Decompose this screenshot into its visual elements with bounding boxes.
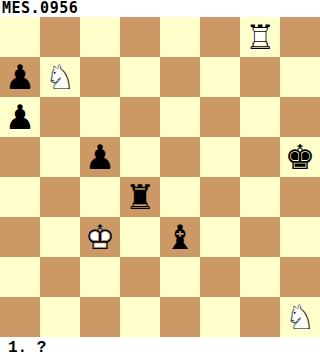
square-b1[interactable] — [40, 297, 80, 337]
square-f7[interactable] — [200, 57, 240, 97]
square-a5[interactable] — [0, 137, 40, 177]
square-h5[interactable]: ♚ — [280, 137, 320, 177]
square-a6[interactable]: ♟ — [0, 97, 40, 137]
square-a8[interactable] — [0, 17, 40, 57]
square-g8[interactable]: ♜♖ — [240, 17, 280, 57]
chess-board: ♜♖♟♞♘♟♟♚♜♚♔♝♞♘ — [0, 17, 320, 337]
square-e7[interactable] — [160, 57, 200, 97]
square-d3[interactable] — [120, 217, 160, 257]
square-c1[interactable] — [80, 297, 120, 337]
square-d8[interactable] — [120, 17, 160, 57]
white-knight: ♘ — [280, 297, 320, 337]
black-pawn: ♟ — [80, 137, 120, 177]
black-bishop: ♝ — [160, 217, 200, 257]
square-f3[interactable] — [200, 217, 240, 257]
square-g7[interactable] — [240, 57, 280, 97]
square-b7[interactable]: ♞♘ — [40, 57, 80, 97]
square-g3[interactable] — [240, 217, 280, 257]
square-h6[interactable] — [280, 97, 320, 137]
black-pawn: ♟ — [0, 57, 40, 97]
square-b8[interactable] — [40, 17, 80, 57]
square-c4[interactable] — [80, 177, 120, 217]
square-c7[interactable] — [80, 57, 120, 97]
square-g2[interactable] — [240, 257, 280, 297]
square-b6[interactable] — [40, 97, 80, 137]
square-g1[interactable] — [240, 297, 280, 337]
square-c8[interactable] — [80, 17, 120, 57]
square-g5[interactable] — [240, 137, 280, 177]
square-a4[interactable] — [0, 177, 40, 217]
square-a7[interactable]: ♟ — [0, 57, 40, 97]
square-f8[interactable] — [200, 17, 240, 57]
square-h8[interactable] — [280, 17, 320, 57]
square-f2[interactable] — [200, 257, 240, 297]
black-pawn: ♟ — [0, 97, 40, 137]
square-e6[interactable] — [160, 97, 200, 137]
square-c6[interactable] — [80, 97, 120, 137]
square-b4[interactable] — [40, 177, 80, 217]
square-b5[interactable] — [40, 137, 80, 177]
square-c5[interactable]: ♟ — [80, 137, 120, 177]
white-king: ♔ — [80, 217, 120, 257]
square-d7[interactable] — [120, 57, 160, 97]
square-g6[interactable] — [240, 97, 280, 137]
square-e1[interactable] — [160, 297, 200, 337]
square-a1[interactable] — [0, 297, 40, 337]
square-h3[interactable] — [280, 217, 320, 257]
black-rook: ♜ — [120, 177, 160, 217]
diagram-title: MES.0956 — [0, 0, 320, 17]
square-a2[interactable] — [0, 257, 40, 297]
square-b2[interactable] — [40, 257, 80, 297]
white-rook: ♖ — [240, 17, 280, 57]
square-f4[interactable] — [200, 177, 240, 217]
move-prompt: 1. ? — [0, 337, 320, 360]
square-g4[interactable] — [240, 177, 280, 217]
square-d6[interactable] — [120, 97, 160, 137]
square-f5[interactable] — [200, 137, 240, 177]
chess-diagram: MES.0956 ♜♖♟♞♘♟♟♚♜♚♔♝♞♘ 1. ? — [0, 0, 320, 360]
square-h4[interactable] — [280, 177, 320, 217]
square-c2[interactable] — [80, 257, 120, 297]
square-e5[interactable] — [160, 137, 200, 177]
square-b3[interactable] — [40, 217, 80, 257]
square-e3[interactable]: ♝ — [160, 217, 200, 257]
square-e4[interactable] — [160, 177, 200, 217]
square-c3[interactable]: ♚♔ — [80, 217, 120, 257]
square-f1[interactable] — [200, 297, 240, 337]
square-h1[interactable]: ♞♘ — [280, 297, 320, 337]
square-e8[interactable] — [160, 17, 200, 57]
square-e2[interactable] — [160, 257, 200, 297]
square-d2[interactable] — [120, 257, 160, 297]
white-knight: ♘ — [40, 57, 80, 97]
square-d4[interactable]: ♜ — [120, 177, 160, 217]
square-h7[interactable] — [280, 57, 320, 97]
square-h2[interactable] — [280, 257, 320, 297]
square-d1[interactable] — [120, 297, 160, 337]
square-f6[interactable] — [200, 97, 240, 137]
square-d5[interactable] — [120, 137, 160, 177]
square-a3[interactable] — [0, 217, 40, 257]
black-king: ♚ — [280, 137, 320, 177]
